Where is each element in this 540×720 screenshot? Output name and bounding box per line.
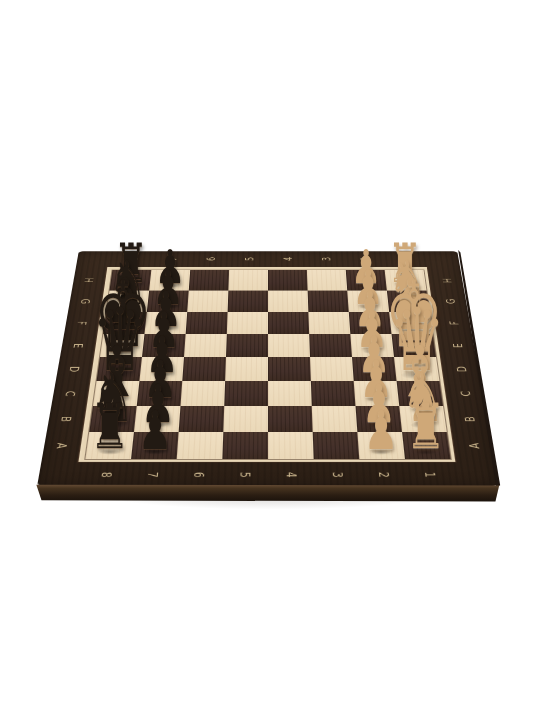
file-label-left-g: G [68,291,103,312]
square-d3 [310,357,354,381]
square-a8 [85,432,134,459]
square-h6 [189,270,229,291]
square-e5 [226,334,268,357]
chess-board: HH88GG77FF66EE55DD44CC33BB22AA11 [37,251,499,486]
file-label-right-g: G [433,291,468,312]
square-h4 [268,270,308,291]
square-e2 [350,334,394,357]
rank-label-bottom-7: 7 [128,464,176,486]
square-a4 [268,432,314,459]
square-g5 [228,291,268,312]
file-label-left-h: H [72,270,106,291]
square-h7 [149,270,190,291]
square-f2 [349,312,392,334]
rank-label-bottom-8: 8 [82,464,131,486]
square-b2 [356,406,403,432]
rank-label-top-2: 2 [344,251,384,266]
rank-label-top-5: 5 [229,251,268,266]
square-e4 [268,334,310,357]
square-d5 [225,357,268,381]
square-e1 [392,334,436,357]
rank-label-bottom-6: 6 [175,464,222,486]
square-e6 [184,334,227,357]
square-b7 [134,406,181,432]
square-f7 [144,312,187,334]
rank-label-bottom-3: 3 [314,464,361,486]
file-label-right-d: D [443,357,480,381]
square-c5 [224,381,268,406]
file-label-left-a: A [42,432,82,459]
rank-label-bottom-4: 4 [268,464,315,486]
square-g7 [147,291,189,312]
square-f1 [389,312,433,334]
square-d8 [97,357,142,381]
file-label-left-d: D [56,357,93,381]
square-h3 [307,270,347,291]
square-a7 [131,432,179,459]
rank-label-top-6: 6 [190,251,229,266]
square-h1 [385,270,427,291]
square-c7 [137,381,183,406]
square-f4 [268,312,309,334]
square-d4 [268,357,311,381]
board-inner-frame [77,267,456,463]
square-c3 [311,381,356,406]
square-a3 [313,432,360,459]
square-c2 [354,381,400,406]
rank-label-top-4: 4 [268,251,307,266]
file-label-right-e: E [440,334,476,357]
square-a1 [402,432,451,459]
file-label-right-f: F [436,312,472,334]
file-label-right-c: C [447,381,485,406]
rank-label-bottom-5: 5 [221,464,268,486]
rank-label-top-3: 3 [306,251,345,266]
square-d6 [182,357,226,381]
square-d2 [352,357,397,381]
square-b3 [312,406,358,432]
square-e7 [142,334,186,357]
square-a6 [177,432,224,459]
square-f6 [186,312,228,334]
square-f8 [103,312,147,334]
square-a5 [222,432,268,459]
square-e3 [309,334,352,357]
rank-label-bottom-1: 1 [405,464,454,486]
square-h5 [228,270,268,291]
square-d7 [139,357,184,381]
file-label-left-b: B [47,406,86,432]
board-perspective-wrapper: HH88GG77FF66EE55DD44CC33BB22AA11 [60,149,476,565]
square-g2 [347,291,389,312]
rank-label-top-1: 1 [383,251,423,266]
board-grid [85,270,450,459]
rank-label-bottom-2: 2 [360,464,408,486]
file-label-right-b: B [450,406,489,432]
square-g6 [187,291,228,312]
square-c8 [93,381,139,406]
square-g8 [106,291,149,312]
square-c1 [397,381,443,406]
rank-label-top-8: 8 [113,251,153,266]
square-f5 [227,312,268,334]
file-label-left-c: C [51,381,89,406]
file-label-left-e: E [60,334,96,357]
square-e8 [100,334,144,357]
square-g4 [268,291,308,312]
square-b1 [399,406,446,432]
square-c6 [180,381,225,406]
square-f3 [308,312,350,334]
file-label-right-a: A [454,432,494,459]
square-g3 [308,291,349,312]
square-g1 [387,291,430,312]
square-b4 [268,406,313,432]
square-b5 [223,406,268,432]
square-c4 [268,381,312,406]
square-b6 [179,406,225,432]
square-h8 [110,270,152,291]
file-label-right-h: H [430,270,464,291]
photo-background: HH88GG77FF66EE55DD44CC33BB22AA11 ♜♟♟♜♞♟♟… [0,0,540,720]
square-d1 [394,357,439,381]
file-label-left-f: F [64,312,100,334]
rank-label-top-7: 7 [152,251,192,266]
square-a2 [357,432,405,459]
square-h2 [346,270,387,291]
square-b8 [89,406,136,432]
